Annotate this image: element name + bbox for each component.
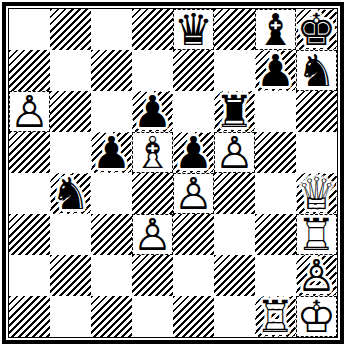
piece-white-bishop[interactable]: ♗ xyxy=(133,132,172,173)
square-b8[interactable] xyxy=(50,9,91,50)
piece-black-pawn[interactable]: ♟ xyxy=(133,91,172,132)
square-d4[interactable] xyxy=(132,173,173,214)
square-d6[interactable]: ♟ xyxy=(132,91,173,132)
square-e4[interactable]: ♙ xyxy=(173,173,214,214)
square-h8[interactable]: ♚ xyxy=(296,9,337,50)
square-e6[interactable] xyxy=(173,91,214,132)
square-h5[interactable] xyxy=(296,132,337,173)
square-c6[interactable] xyxy=(91,91,132,132)
square-h3[interactable]: ♖ xyxy=(296,214,337,255)
square-e3[interactable] xyxy=(173,214,214,255)
square-a1[interactable] xyxy=(9,296,50,337)
square-g7[interactable]: ♟ xyxy=(255,50,296,91)
square-b3[interactable] xyxy=(50,214,91,255)
square-f1[interactable] xyxy=(214,296,255,337)
square-c2[interactable] xyxy=(91,255,132,296)
square-c1[interactable] xyxy=(91,296,132,337)
square-d5[interactable]: ♗ xyxy=(132,132,173,173)
square-c5[interactable]: ♟ xyxy=(91,132,132,173)
square-g5[interactable] xyxy=(255,132,296,173)
square-h1[interactable]: ♔ xyxy=(296,296,337,337)
piece-white-pawn[interactable]: ♙ xyxy=(133,214,172,255)
square-a6[interactable]: ♙ xyxy=(9,91,50,132)
square-e7[interactable] xyxy=(173,50,214,91)
square-f4[interactable] xyxy=(214,173,255,214)
square-a7[interactable] xyxy=(9,50,50,91)
square-f7[interactable] xyxy=(214,50,255,91)
square-a3[interactable] xyxy=(9,214,50,255)
square-c4[interactable] xyxy=(91,173,132,214)
square-b6[interactable] xyxy=(50,91,91,132)
square-b5[interactable] xyxy=(50,132,91,173)
chess-diagram: ♛♝♚♟♞♙♟♜♟♗♟♙♞♙♕♙♖♙♖♔ xyxy=(0,0,350,350)
square-d2[interactable] xyxy=(132,255,173,296)
square-a5[interactable] xyxy=(9,132,50,173)
square-c7[interactable] xyxy=(91,50,132,91)
piece-white-pawn[interactable]: ♙ xyxy=(10,91,49,132)
square-e8[interactable]: ♛ xyxy=(173,9,214,50)
piece-white-king[interactable]: ♔ xyxy=(297,296,336,337)
piece-white-pawn[interactable]: ♙ xyxy=(297,255,336,296)
square-e2[interactable] xyxy=(173,255,214,296)
piece-white-pawn[interactable]: ♙ xyxy=(174,173,213,214)
square-g4[interactable] xyxy=(255,173,296,214)
square-h6[interactable] xyxy=(296,91,337,132)
piece-black-bishop[interactable]: ♝ xyxy=(256,9,295,50)
square-e1[interactable] xyxy=(173,296,214,337)
square-g6[interactable] xyxy=(255,91,296,132)
piece-black-pawn[interactable]: ♟ xyxy=(92,132,131,173)
square-d8[interactable] xyxy=(132,9,173,50)
piece-black-queen[interactable]: ♛ xyxy=(174,9,213,50)
square-c3[interactable] xyxy=(91,214,132,255)
square-f5[interactable]: ♙ xyxy=(214,132,255,173)
square-h2[interactable]: ♙ xyxy=(296,255,337,296)
square-f6[interactable]: ♜ xyxy=(214,91,255,132)
square-b1[interactable] xyxy=(50,296,91,337)
square-c8[interactable] xyxy=(91,9,132,50)
piece-black-knight[interactable]: ♞ xyxy=(297,50,336,91)
piece-white-pawn[interactable]: ♙ xyxy=(215,132,254,173)
square-a4[interactable] xyxy=(9,173,50,214)
square-d7[interactable] xyxy=(132,50,173,91)
square-b7[interactable] xyxy=(50,50,91,91)
piece-white-rook[interactable]: ♖ xyxy=(297,214,336,255)
square-a2[interactable] xyxy=(9,255,50,296)
square-g3[interactable] xyxy=(255,214,296,255)
piece-black-pawn[interactable]: ♟ xyxy=(256,50,295,91)
square-f3[interactable] xyxy=(214,214,255,255)
piece-black-pawn[interactable]: ♟ xyxy=(174,132,213,173)
piece-white-queen[interactable]: ♕ xyxy=(297,173,336,214)
board-frame: ♛♝♚♟♞♙♟♜♟♗♟♙♞♙♕♙♖♙♖♔ xyxy=(2,2,344,344)
square-g8[interactable]: ♝ xyxy=(255,9,296,50)
square-g2[interactable] xyxy=(255,255,296,296)
square-d3[interactable]: ♙ xyxy=(132,214,173,255)
square-g1[interactable]: ♖ xyxy=(255,296,296,337)
square-a8[interactable] xyxy=(9,9,50,50)
square-b2[interactable] xyxy=(50,255,91,296)
square-f2[interactable] xyxy=(214,255,255,296)
square-d1[interactable] xyxy=(132,296,173,337)
square-f8[interactable] xyxy=(214,9,255,50)
square-h7[interactable]: ♞ xyxy=(296,50,337,91)
piece-black-rook[interactable]: ♜ xyxy=(215,91,254,132)
piece-white-rook[interactable]: ♖ xyxy=(256,296,295,337)
board-inner-frame: ♛♝♚♟♞♙♟♜♟♗♟♙♞♙♕♙♖♙♖♔ xyxy=(8,8,338,338)
chess-board: ♛♝♚♟♞♙♟♜♟♗♟♙♞♙♕♙♖♙♖♔ xyxy=(9,9,337,337)
piece-black-knight[interactable]: ♞ xyxy=(51,173,90,214)
square-h4[interactable]: ♕ xyxy=(296,173,337,214)
piece-black-king[interactable]: ♚ xyxy=(297,9,336,50)
square-b4[interactable]: ♞ xyxy=(50,173,91,214)
square-e5[interactable]: ♟ xyxy=(173,132,214,173)
